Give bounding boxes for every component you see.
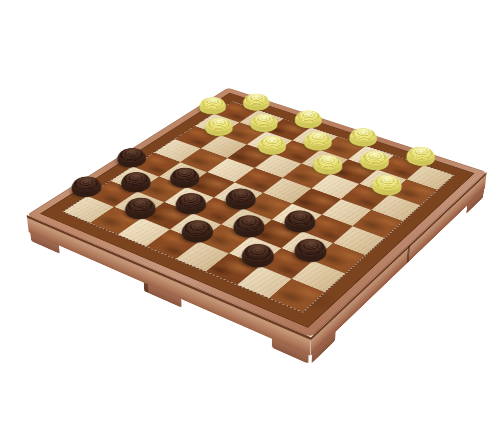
foot-left-corner (30, 233, 60, 254)
hinge-notch (407, 244, 410, 263)
photo-background (0, 0, 502, 430)
clasp-slot (144, 283, 149, 294)
checkers-board (27, 88, 487, 338)
foot-near-corner (272, 339, 309, 364)
foot-right-corner (466, 189, 484, 213)
foot-near-corner-2 (312, 332, 336, 364)
dark-checker[interactable] (278, 213, 321, 237)
board-case-top (27, 88, 487, 338)
dark-checker[interactable] (220, 192, 262, 215)
clasp-tab (144, 283, 182, 308)
dark-checker[interactable] (175, 223, 219, 248)
